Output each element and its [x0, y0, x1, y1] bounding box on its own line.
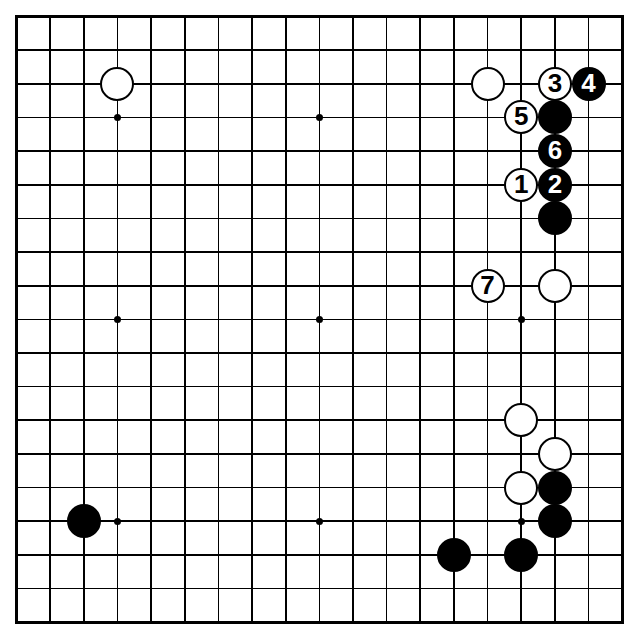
stone-white-move-1: 1	[504, 168, 538, 202]
star-point	[316, 518, 323, 525]
stone-black	[67, 504, 101, 538]
grid-line-vertical	[453, 15, 455, 624]
grid-line-vertical	[588, 15, 590, 624]
star-point	[316, 316, 323, 323]
grid-line-vertical	[352, 15, 354, 624]
grid-line-horizontal	[15, 386, 624, 388]
grid-line-vertical	[386, 15, 388, 624]
move-number: 6	[548, 137, 562, 163]
stone-white-move-3: 3	[538, 67, 572, 101]
stone-black	[538, 100, 572, 134]
go-diagram: 3456127	[0, 0, 640, 640]
stone-white-move-7: 7	[471, 269, 505, 303]
stone-black	[437, 538, 471, 572]
move-number: 3	[548, 70, 562, 96]
stone-black	[504, 538, 538, 572]
grid-line-horizontal	[15, 588, 624, 590]
stone-white	[504, 471, 538, 505]
stone-white	[538, 269, 572, 303]
stone-black	[538, 201, 572, 235]
star-point	[114, 114, 121, 121]
stone-black-move-2: 2	[538, 168, 572, 202]
board-border-line	[15, 621, 624, 624]
move-number: 5	[514, 103, 528, 129]
grid-line-horizontal	[15, 453, 624, 455]
move-number: 4	[581, 70, 595, 96]
star-point	[316, 114, 323, 121]
board-border-line	[621, 15, 624, 624]
star-point	[114, 518, 121, 525]
stone-white	[538, 437, 572, 471]
stone-black	[538, 471, 572, 505]
move-number: 1	[514, 171, 528, 197]
stone-black	[538, 504, 572, 538]
grid-line-horizontal	[15, 352, 624, 354]
go-board[interactable]: 3456127	[0, 0, 640, 640]
star-point	[114, 316, 121, 323]
move-number: 2	[548, 171, 562, 197]
stone-white	[471, 67, 505, 101]
stone-black-move-6: 6	[538, 134, 572, 168]
star-point	[518, 316, 525, 323]
grid-line-vertical	[419, 15, 421, 624]
stone-white	[100, 67, 134, 101]
stone-black-move-4: 4	[572, 67, 606, 101]
move-number: 7	[480, 272, 494, 298]
stone-white-move-5: 5	[504, 100, 538, 134]
stone-white	[504, 403, 538, 437]
star-point	[518, 518, 525, 525]
grid-line-vertical	[487, 15, 489, 624]
